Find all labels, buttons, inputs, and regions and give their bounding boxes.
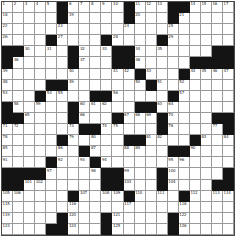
grid-cell-r12c18[interactable] (190, 124, 201, 135)
grid-cell-r16c12[interactable]: 99 (124, 168, 135, 179)
grid-cell-r15c7[interactable] (68, 157, 79, 168)
grid-cell-r10c9[interactable]: 61 (90, 102, 101, 113)
grid-cell-r7c6[interactable] (57, 69, 68, 80)
grid-cell-r6c10[interactable] (101, 57, 112, 68)
grid-cell-r2c10[interactable] (101, 13, 112, 24)
grid-cell-r21c2[interactable] (13, 224, 24, 235)
grid-cell-r9c8[interactable] (79, 91, 90, 102)
grid-cell-r3c6[interactable]: 23 (57, 24, 68, 35)
grid-cell-r3c14[interactable] (146, 24, 157, 35)
grid-cell-r11c10[interactable] (101, 113, 112, 124)
grid-cell-r14c13[interactable]: 89 (135, 146, 146, 157)
grid-cell-r11c6[interactable] (57, 113, 68, 124)
grid-cell-r21c17[interactable]: 126 (179, 224, 190, 235)
grid-cell-r14c21[interactable] (223, 146, 234, 157)
grid-cell-r15c2[interactable] (13, 157, 24, 168)
grid-cell-r4c2[interactable] (13, 35, 24, 46)
grid-cell-r3c8[interactable] (79, 24, 90, 35)
grid-cell-r8c13[interactable]: 50 (135, 80, 146, 91)
grid-cell-r3c11[interactable] (112, 24, 123, 35)
grid-cell-r2c8[interactable] (79, 13, 90, 24)
grid-cell-r20c20[interactable] (212, 213, 223, 224)
grid-cell-r20c13[interactable] (135, 213, 146, 224)
grid-cell-r16c7[interactable] (68, 168, 79, 179)
grid-cell-r12c4[interactable] (35, 124, 46, 135)
grid-cell-r19c15[interactable] (157, 202, 168, 213)
grid-cell-r19c10[interactable] (101, 202, 112, 213)
grid-cell-r19c2[interactable] (13, 202, 24, 213)
grid-cell-r3c5[interactable] (46, 24, 57, 35)
grid-cell-r6c17[interactable] (179, 57, 190, 68)
grid-cell-r1c18[interactable]: 14 (190, 2, 201, 13)
grid-cell-r18c14[interactable] (146, 191, 157, 202)
grid-cell-r17c18[interactable] (190, 180, 201, 191)
grid-cell-r13c16[interactable] (168, 135, 179, 146)
grid-cell-r5c19[interactable] (201, 46, 212, 57)
grid-cell-r2c4[interactable] (35, 13, 46, 24)
grid-cell-r17c3[interactable]: 101 (24, 180, 35, 191)
grid-cell-r14c12[interactable]: 88 (124, 146, 135, 157)
grid-cell-r2c20[interactable] (212, 13, 223, 24)
grid-cell-r9c3[interactable] (24, 91, 35, 102)
grid-cell-r2c15[interactable] (157, 13, 168, 24)
grid-cell-r7c10[interactable] (101, 69, 112, 80)
grid-cell-r15c1[interactable]: 91 (2, 157, 13, 168)
grid-cell-r14c6[interactable]: 86 (57, 146, 68, 157)
grid-cell-r16c18[interactable] (190, 168, 201, 179)
grid-cell-r18c20[interactable]: 113 (212, 191, 223, 202)
grid-cell-r13c19[interactable]: 83 (201, 135, 212, 146)
grid-cell-r14c11[interactable] (112, 146, 123, 157)
grid-cell-r4c16[interactable]: 29 (168, 35, 179, 46)
grid-cell-r7c21[interactable]: 47 (223, 69, 234, 80)
grid-cell-r2c9[interactable] (90, 13, 101, 24)
grid-cell-r10c19[interactable] (201, 102, 212, 113)
grid-cell-r19c16[interactable] (168, 202, 179, 213)
grid-cell-r9c20[interactable] (212, 91, 223, 102)
grid-cell-r21c1[interactable]: 123 (2, 224, 13, 235)
grid-cell-r6c2[interactable]: 36 (13, 57, 24, 68)
grid-cell-r16c14[interactable] (146, 168, 157, 179)
grid-cell-r4c17[interactable] (179, 35, 190, 46)
grid-cell-r6c8[interactable]: 37 (79, 57, 90, 68)
grid-cell-r12c6[interactable] (57, 124, 68, 135)
grid-cell-r10c17[interactable] (179, 102, 190, 113)
grid-cell-r6c9[interactable] (90, 57, 101, 68)
grid-cell-r3c12[interactable]: 24 (124, 24, 135, 35)
grid-cell-r19c9[interactable] (90, 202, 101, 213)
grid-cell-r20c5[interactable] (46, 213, 57, 224)
grid-cell-r21c15[interactable] (157, 224, 168, 235)
grid-cell-r20c18[interactable] (190, 213, 201, 224)
grid-cell-r20c8[interactable] (79, 213, 90, 224)
grid-cell-r3c9[interactable] (90, 24, 101, 35)
grid-cell-r7c5[interactable] (46, 69, 57, 80)
grid-cell-r4c7[interactable] (68, 35, 79, 46)
grid-cell-r13c14[interactable]: 81 (146, 135, 157, 146)
grid-cell-r11c13[interactable]: 68 (135, 113, 146, 124)
grid-cell-r18c16[interactable] (168, 191, 179, 202)
grid-cell-r14c15[interactable] (157, 146, 168, 157)
grid-cell-r2c13[interactable]: 20 (135, 13, 146, 24)
grid-cell-r3c16[interactable]: 25 (168, 24, 179, 35)
grid-cell-r4c3[interactable] (24, 35, 35, 46)
grid-cell-r1c1[interactable]: 1 (2, 2, 13, 13)
grid-cell-r19c7[interactable]: 116 (68, 202, 79, 213)
grid-cell-r1c9[interactable]: 8 (90, 2, 101, 13)
grid-cell-r15c4[interactable] (35, 157, 46, 168)
grid-cell-r19c21[interactable] (223, 202, 234, 213)
grid-cell-r10c20[interactable] (212, 102, 223, 113)
grid-cell-r16c8[interactable] (79, 168, 90, 179)
grid-cell-r3c10[interactable] (101, 24, 112, 35)
grid-cell-r20c11[interactable]: 121 (112, 213, 123, 224)
grid-cell-r12c17[interactable] (179, 124, 190, 135)
grid-cell-r21c20[interactable] (212, 224, 223, 235)
grid-cell-r5c3[interactable]: 30 (24, 46, 35, 57)
grid-cell-r9c13[interactable] (135, 91, 146, 102)
grid-cell-r9c21[interactable] (223, 91, 234, 102)
grid-cell-r11c4[interactable] (35, 113, 46, 124)
grid-cell-r3c21[interactable] (223, 24, 234, 35)
grid-cell-r16c19[interactable] (201, 168, 212, 179)
grid-cell-r4c6[interactable]: 27 (57, 35, 68, 46)
grid-cell-r11c17[interactable] (179, 113, 190, 124)
grid-cell-r20c1[interactable]: 119 (2, 213, 13, 224)
grid-cell-r1c8[interactable]: 7 (79, 2, 90, 13)
grid-cell-r1c13[interactable]: 11 (135, 2, 146, 13)
grid-cell-r7c3[interactable] (24, 69, 35, 80)
grid-cell-r6c16[interactable] (168, 57, 179, 68)
grid-cell-r6c4[interactable] (35, 57, 46, 68)
grid-cell-r2c21[interactable] (223, 13, 234, 24)
grid-cell-r19c20[interactable] (212, 202, 223, 213)
grid-cell-r19c8[interactable] (79, 202, 90, 213)
grid-cell-r16c13[interactable] (135, 168, 146, 179)
grid-cell-r12c11[interactable]: 75 (112, 124, 123, 135)
grid-cell-r9c12[interactable] (124, 91, 135, 102)
grid-cell-r6c3[interactable] (24, 57, 35, 68)
grid-cell-r12c2[interactable]: 72 (13, 124, 24, 135)
grid-cell-r6c15[interactable] (157, 57, 168, 68)
grid-cell-r14c7[interactable] (68, 146, 79, 157)
grid-cell-r10c6[interactable] (57, 102, 68, 113)
grid-cell-r9c18[interactable] (190, 91, 201, 102)
grid-cell-r17c19[interactable] (201, 180, 212, 191)
grid-cell-r12c14[interactable] (146, 124, 157, 135)
grid-cell-r20c21[interactable] (223, 213, 234, 224)
grid-cell-r16c20[interactable] (212, 168, 223, 179)
grid-cell-r21c13[interactable] (135, 224, 146, 235)
grid-cell-r19c14[interactable] (146, 202, 157, 213)
grid-cell-r19c17[interactable]: 118 (179, 202, 190, 213)
grid-cell-r7c2[interactable] (13, 69, 24, 80)
grid-cell-r21c4[interactable] (35, 224, 46, 235)
grid-cell-r12c19[interactable] (201, 124, 212, 135)
grid-cell-r3c18[interactable] (190, 24, 201, 35)
grid-cell-r13c21[interactable]: 84 (223, 135, 234, 146)
grid-cell-r16c5[interactable]: 97 (46, 168, 57, 179)
grid-cell-r5c5[interactable]: 31 (46, 46, 57, 57)
grid-cell-r18c19[interactable] (201, 191, 212, 202)
grid-cell-r15c20[interactable] (212, 157, 223, 168)
grid-cell-r7c8[interactable] (79, 69, 90, 80)
grid-cell-r5c10[interactable]: 33 (101, 46, 112, 57)
grid-cell-r14c20[interactable] (212, 146, 223, 157)
grid-cell-r18c4[interactable] (35, 191, 46, 202)
grid-cell-r12c7[interactable]: 73 (68, 124, 79, 135)
grid-cell-r1c7[interactable]: 6 (68, 2, 79, 13)
grid-cell-r10c15[interactable]: 63 (157, 102, 168, 113)
grid-cell-r19c11[interactable] (112, 202, 123, 213)
grid-cell-r18c1[interactable]: 105 (2, 191, 13, 202)
grid-cell-r17c12[interactable]: 103 (124, 180, 135, 191)
grid-cell-r16c9[interactable]: 98 (90, 168, 101, 179)
grid-cell-r3c17[interactable] (179, 24, 190, 35)
grid-cell-r1c4[interactable]: 4 (35, 2, 46, 13)
grid-cell-r7c1[interactable]: 39 (2, 69, 13, 80)
grid-cell-r11c16[interactable]: 70 (168, 113, 179, 124)
grid-cell-r16c17[interactable] (179, 168, 190, 179)
grid-cell-r12c12[interactable] (124, 124, 135, 135)
grid-cell-r1c15[interactable]: 13 (157, 2, 168, 13)
grid-cell-r19c1[interactable]: 115 (2, 202, 13, 213)
grid-cell-r14c4[interactable] (35, 146, 46, 157)
grid-cell-r19c6[interactable] (57, 202, 68, 213)
grid-cell-r4c20[interactable] (212, 35, 223, 46)
grid-cell-r14c19[interactable] (201, 146, 212, 157)
grid-cell-r20c7[interactable]: 120 (68, 213, 79, 224)
grid-cell-r19c12[interactable]: 117 (124, 202, 135, 213)
grid-cell-r2c17[interactable]: 21 (179, 13, 190, 24)
grid-cell-r18c18[interactable]: 112 (190, 191, 201, 202)
grid-cell-r8c7[interactable]: 49 (68, 80, 79, 91)
grid-cell-r7c20[interactable]: 46 (212, 69, 223, 80)
grid-cell-r13c8[interactable] (79, 135, 90, 146)
grid-cell-r2c18[interactable] (190, 13, 201, 24)
grid-cell-r1c21[interactable]: 17 (223, 2, 234, 13)
grid-cell-r18c21[interactable]: 114 (223, 191, 234, 202)
grid-cell-r15c17[interactable]: 96 (179, 157, 190, 168)
grid-cell-r9c1[interactable]: 53 (2, 91, 13, 102)
grid-cell-r12c13[interactable] (135, 124, 146, 135)
grid-cell-r13c1[interactable]: 78 (2, 135, 13, 146)
grid-cell-r16c6[interactable] (57, 168, 68, 179)
grid-cell-r19c3[interactable] (24, 202, 35, 213)
grid-cell-r5c18[interactable] (190, 46, 201, 57)
grid-cell-r8c20[interactable] (212, 80, 223, 91)
grid-cell-r15c14[interactable] (146, 157, 157, 168)
grid-cell-r8c3[interactable] (24, 80, 35, 91)
grid-cell-r11c19[interactable] (201, 113, 212, 124)
grid-cell-r21c12[interactable] (124, 224, 135, 235)
grid-cell-r17c16[interactable]: 104 (168, 180, 179, 191)
grid-cell-r20c12[interactable] (124, 213, 135, 224)
grid-cell-r17c7[interactable] (68, 180, 79, 191)
grid-cell-r18c13[interactable]: 110 (135, 191, 146, 202)
grid-cell-r8c9[interactable] (90, 80, 101, 91)
grid-cell-r21c14[interactable] (146, 224, 157, 235)
grid-cell-r3c7[interactable] (68, 24, 79, 35)
grid-cell-r14c2[interactable] (13, 146, 24, 157)
grid-cell-r21c8[interactable] (79, 224, 90, 235)
grid-cell-r7c9[interactable] (90, 69, 101, 80)
grid-cell-r7c4[interactable] (35, 69, 46, 80)
grid-cell-r8c12[interactable] (124, 80, 135, 91)
grid-cell-r3c19[interactable] (201, 24, 212, 35)
grid-cell-r13c4[interactable] (35, 135, 46, 146)
grid-cell-r20c17[interactable]: 122 (179, 213, 190, 224)
grid-cell-r20c15[interactable] (157, 213, 168, 224)
grid-cell-r9c2[interactable] (13, 91, 24, 102)
grid-cell-r12c20[interactable]: 77 (212, 124, 223, 135)
grid-cell-r4c12[interactable] (124, 35, 135, 46)
grid-cell-r18c5[interactable] (46, 191, 57, 202)
grid-cell-r12c1[interactable]: 71 (2, 124, 13, 135)
grid-cell-r16c16[interactable]: 100 (168, 168, 179, 179)
grid-cell-r17c5[interactable] (46, 180, 57, 191)
grid-cell-r7c14[interactable]: 43 (146, 69, 157, 80)
grid-cell-r11c5[interactable] (46, 113, 57, 124)
grid-cell-r2c7[interactable]: 19 (68, 13, 79, 24)
grid-cell-r1c11[interactable]: 10 (112, 2, 123, 13)
grid-cell-r20c19[interactable] (201, 213, 212, 224)
grid-cell-r7c12[interactable]: 42 (124, 69, 135, 80)
grid-cell-r13c11[interactable] (112, 135, 123, 146)
grid-cell-r13c15[interactable]: 82 (157, 135, 168, 146)
grid-cell-r9c14[interactable] (146, 91, 157, 102)
grid-cell-r18c3[interactable] (24, 191, 35, 202)
grid-cell-r13c7[interactable]: 79 (68, 135, 79, 146)
grid-cell-r19c5[interactable] (46, 202, 57, 213)
grid-cell-r17c4[interactable]: 102 (35, 180, 46, 191)
grid-cell-r10c16[interactable]: 64 (168, 102, 179, 113)
grid-cell-r14c14[interactable] (146, 146, 157, 157)
grid-cell-r2c19[interactable] (201, 13, 212, 24)
grid-cell-r11c3[interactable]: 65 (24, 113, 35, 124)
grid-cell-r15c10[interactable]: 94 (101, 157, 112, 168)
grid-cell-r10c11[interactable] (112, 102, 123, 113)
grid-cell-r20c4[interactable] (35, 213, 46, 224)
grid-cell-r15c16[interactable]: 95 (168, 157, 179, 168)
grid-cell-r12c10[interactable]: 74 (101, 124, 112, 135)
grid-cell-r4c13[interactable] (135, 35, 146, 46)
grid-cell-r10c4[interactable]: 59 (35, 102, 46, 113)
grid-cell-r8c2[interactable] (13, 80, 24, 91)
grid-cell-r4c21[interactable] (223, 35, 234, 46)
grid-cell-r15c11[interactable] (112, 157, 123, 168)
grid-cell-r9c5[interactable]: 54 (46, 91, 57, 102)
grid-cell-r15c13[interactable] (135, 157, 146, 168)
grid-cell-r9c15[interactable] (157, 91, 168, 102)
grid-cell-r8c21[interactable] (223, 80, 234, 91)
grid-cell-r3c1[interactable]: 22 (2, 24, 13, 35)
grid-cell-r14c5[interactable] (46, 146, 57, 157)
grid-cell-r4c11[interactable]: 28 (112, 35, 123, 46)
grid-cell-r12c5[interactable] (46, 124, 57, 135)
grid-cell-r18c8[interactable]: 107 (79, 191, 90, 202)
grid-cell-r1c10[interactable]: 9 (101, 2, 112, 13)
grid-cell-r8c1[interactable]: 48 (2, 80, 13, 91)
grid-cell-r5c14[interactable] (146, 46, 157, 57)
grid-cell-r3c20[interactable] (212, 24, 223, 35)
grid-cell-r17c8[interactable] (79, 180, 90, 191)
grid-cell-r10c21[interactable] (223, 102, 234, 113)
grid-cell-r11c14[interactable]: 69 (146, 113, 157, 124)
grid-cell-r9c17[interactable]: 57 (179, 91, 190, 102)
grid-cell-r15c18[interactable] (190, 157, 201, 168)
grid-cell-r7c11[interactable]: 41 (112, 69, 123, 80)
grid-cell-r8c11[interactable] (112, 80, 123, 91)
grid-cell-r13c9[interactable]: 80 (90, 135, 101, 146)
grid-cell-r18c10[interactable]: 108 (101, 191, 112, 202)
grid-cell-r6c6[interactable] (57, 57, 68, 68)
grid-cell-r11c8[interactable]: 66 (79, 113, 90, 124)
grid-cell-r18c6[interactable] (57, 191, 68, 202)
grid-cell-r15c19[interactable] (201, 157, 212, 168)
grid-cell-r11c18[interactable] (190, 113, 201, 124)
grid-cell-r7c19[interactable]: 45 (201, 69, 212, 80)
grid-cell-r4c4[interactable] (35, 35, 46, 46)
grid-cell-r20c3[interactable] (24, 213, 35, 224)
grid-cell-r19c4[interactable] (35, 202, 46, 213)
grid-cell-r3c15[interactable] (157, 24, 168, 35)
grid-cell-r7c16[interactable] (168, 69, 179, 80)
grid-cell-r13c17[interactable] (179, 135, 190, 146)
grid-cell-r2c5[interactable] (46, 13, 57, 24)
grid-cell-r8c10[interactable] (101, 80, 112, 91)
grid-cell-r21c11[interactable]: 125 (112, 224, 123, 235)
grid-cell-r9c19[interactable] (201, 91, 212, 102)
grid-cell-r4c1[interactable]: 26 (2, 35, 13, 46)
grid-cell-r1c20[interactable]: 16 (212, 2, 223, 13)
grid-cell-r17c6[interactable] (57, 180, 68, 191)
grid-cell-r4c18[interactable] (190, 35, 201, 46)
grid-cell-r4c19[interactable] (201, 35, 212, 46)
grid-cell-r12c3[interactable] (24, 124, 35, 135)
grid-cell-r8c4[interactable] (35, 80, 46, 91)
grid-cell-r1c14[interactable]: 12 (146, 2, 157, 13)
grid-cell-r11c9[interactable] (90, 113, 101, 124)
grid-cell-r5c13[interactable]: 34 (135, 46, 146, 57)
grid-cell-r17c13[interactable] (135, 180, 146, 191)
grid-cell-r3c4[interactable] (35, 24, 46, 35)
grid-cell-r8c16[interactable] (168, 80, 179, 91)
grid-cell-r9c6[interactable]: 55 (57, 91, 68, 102)
grid-cell-r19c19[interactable] (201, 202, 212, 213)
grid-cell-r5c6[interactable] (57, 46, 68, 57)
grid-cell-r5c17[interactable] (179, 46, 190, 57)
grid-cell-r7c15[interactable] (157, 69, 168, 80)
grid-cell-r15c8[interactable]: 93 (79, 157, 90, 168)
grid-cell-r10c10[interactable]: 62 (101, 102, 112, 113)
grid-cell-r20c9[interactable] (90, 213, 101, 224)
grid-cell-r2c3[interactable] (24, 13, 35, 24)
grid-cell-r13c2[interactable] (13, 135, 24, 146)
grid-cell-r8c19[interactable] (201, 80, 212, 91)
grid-cell-r17c14[interactable] (146, 180, 157, 191)
grid-cell-r5c15[interactable]: 35 (157, 46, 168, 57)
grid-cell-r13c3[interactable] (24, 135, 35, 146)
grid-cell-r14c3[interactable] (24, 146, 35, 157)
grid-cell-r13c20[interactable] (212, 135, 223, 146)
grid-cell-r2c11[interactable] (112, 13, 123, 24)
grid-cell-r6c14[interactable] (146, 57, 157, 68)
grid-cell-r15c12[interactable] (124, 157, 135, 168)
grid-cell-r4c9[interactable] (90, 35, 101, 46)
grid-cell-r7c7[interactable]: 40 (68, 69, 79, 80)
grid-cell-r15c21[interactable] (223, 157, 234, 168)
